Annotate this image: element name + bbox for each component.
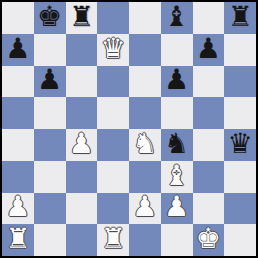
square-b8[interactable]: ♚ bbox=[34, 2, 66, 34]
black-pawn-g7: ♟ bbox=[196, 35, 221, 63]
square-e5[interactable] bbox=[129, 97, 161, 129]
black-pawn-b6: ♟ bbox=[37, 66, 62, 94]
square-f1[interactable] bbox=[161, 224, 193, 256]
white-pawn-e2: ♟ bbox=[132, 193, 157, 221]
square-b5[interactable] bbox=[34, 97, 66, 129]
square-c4[interactable]: ♟ bbox=[66, 129, 98, 161]
black-rook-c8: ♜ bbox=[69, 3, 94, 31]
square-g1[interactable]: ♚ bbox=[193, 224, 225, 256]
white-king-g1: ♚ bbox=[196, 225, 221, 253]
square-h2[interactable] bbox=[224, 193, 256, 225]
black-pawn-a7: ♟ bbox=[5, 35, 30, 63]
square-c7[interactable] bbox=[66, 34, 98, 66]
square-f6[interactable]: ♟ bbox=[161, 66, 193, 98]
square-f7[interactable] bbox=[161, 34, 193, 66]
square-h3[interactable] bbox=[224, 161, 256, 193]
square-d2[interactable] bbox=[97, 193, 129, 225]
white-pawn-c4: ♟ bbox=[69, 130, 94, 158]
square-d7[interactable]: ♛ bbox=[97, 34, 129, 66]
square-d8[interactable] bbox=[97, 2, 129, 34]
black-rook-h8: ♜ bbox=[228, 3, 253, 31]
square-e3[interactable] bbox=[129, 161, 161, 193]
square-g3[interactable] bbox=[193, 161, 225, 193]
square-b2[interactable] bbox=[34, 193, 66, 225]
square-g4[interactable] bbox=[193, 129, 225, 161]
black-king-b8: ♚ bbox=[37, 3, 62, 31]
square-a7[interactable]: ♟ bbox=[2, 34, 34, 66]
black-bishop-f8: ♝ bbox=[164, 3, 189, 31]
square-a5[interactable] bbox=[2, 97, 34, 129]
square-c3[interactable] bbox=[66, 161, 98, 193]
square-d5[interactable] bbox=[97, 97, 129, 129]
square-f4[interactable]: ♞ bbox=[161, 129, 193, 161]
white-pawn-a2: ♟ bbox=[5, 193, 30, 221]
white-rook-a1: ♜ bbox=[5, 225, 30, 253]
square-d6[interactable] bbox=[97, 66, 129, 98]
square-g2[interactable] bbox=[193, 193, 225, 225]
white-knight-e4: ♞ bbox=[132, 130, 157, 158]
white-bishop-f3: ♝ bbox=[164, 162, 189, 190]
square-f8[interactable]: ♝ bbox=[161, 2, 193, 34]
square-a3[interactable] bbox=[2, 161, 34, 193]
square-f2[interactable]: ♟ bbox=[161, 193, 193, 225]
black-pawn-f6: ♟ bbox=[164, 66, 189, 94]
square-c5[interactable] bbox=[66, 97, 98, 129]
square-e4[interactable]: ♞ bbox=[129, 129, 161, 161]
square-h5[interactable] bbox=[224, 97, 256, 129]
square-g7[interactable]: ♟ bbox=[193, 34, 225, 66]
square-b3[interactable] bbox=[34, 161, 66, 193]
white-rook-d1: ♜ bbox=[101, 225, 126, 253]
square-c2[interactable] bbox=[66, 193, 98, 225]
square-a2[interactable]: ♟ bbox=[2, 193, 34, 225]
square-a8[interactable] bbox=[2, 2, 34, 34]
white-queen-d7: ♛ bbox=[101, 35, 126, 63]
square-d4[interactable] bbox=[97, 129, 129, 161]
black-queen-h4: ♛ bbox=[228, 130, 253, 158]
square-g5[interactable] bbox=[193, 97, 225, 129]
square-b1[interactable] bbox=[34, 224, 66, 256]
square-h6[interactable] bbox=[224, 66, 256, 98]
square-a4[interactable] bbox=[2, 129, 34, 161]
square-h4[interactable]: ♛ bbox=[224, 129, 256, 161]
square-c1[interactable] bbox=[66, 224, 98, 256]
black-knight-f4: ♞ bbox=[164, 130, 189, 158]
square-e7[interactable] bbox=[129, 34, 161, 66]
square-e6[interactable] bbox=[129, 66, 161, 98]
square-e8[interactable] bbox=[129, 2, 161, 34]
square-c6[interactable] bbox=[66, 66, 98, 98]
square-a1[interactable]: ♜ bbox=[2, 224, 34, 256]
square-h1[interactable] bbox=[224, 224, 256, 256]
square-b4[interactable] bbox=[34, 129, 66, 161]
white-pawn-f2: ♟ bbox=[164, 193, 189, 221]
square-d1[interactable]: ♜ bbox=[97, 224, 129, 256]
square-h8[interactable]: ♜ bbox=[224, 2, 256, 34]
square-b6[interactable]: ♟ bbox=[34, 66, 66, 98]
square-f3[interactable]: ♝ bbox=[161, 161, 193, 193]
square-e2[interactable]: ♟ bbox=[129, 193, 161, 225]
square-e1[interactable] bbox=[129, 224, 161, 256]
square-c8[interactable]: ♜ bbox=[66, 2, 98, 34]
square-g6[interactable] bbox=[193, 66, 225, 98]
square-d3[interactable] bbox=[97, 161, 129, 193]
chess-board: ♚♜♝♜♟♛♟♟♟♟♞♞♛♝♟♟♟♜♜♚ bbox=[0, 0, 258, 258]
square-b7[interactable] bbox=[34, 34, 66, 66]
chess-diagram: ♚♜♝♜♟♛♟♟♟♟♞♞♛♝♟♟♟♜♜♚ bbox=[0, 0, 258, 258]
square-a6[interactable] bbox=[2, 66, 34, 98]
square-h7[interactable] bbox=[224, 34, 256, 66]
square-f5[interactable] bbox=[161, 97, 193, 129]
square-g8[interactable] bbox=[193, 2, 225, 34]
